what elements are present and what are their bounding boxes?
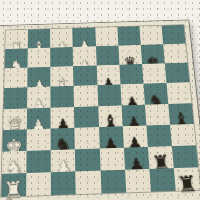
square-e1 bbox=[4, 88, 28, 109]
square-b5 bbox=[99, 147, 124, 170]
board-grid: ♜♝♟♟♞♟♛♚♟♝♟♟♟♞♛♟♟♝♟♝♚♞♟♟♞♟♟♜♜♜ bbox=[1, 25, 200, 197]
square-a2 bbox=[26, 172, 51, 196]
square-d2: ♟ bbox=[27, 107, 51, 129]
square-c2 bbox=[27, 128, 51, 150]
square-g2 bbox=[28, 48, 51, 68]
square-h7 bbox=[139, 26, 163, 45]
square-a8: ♜ bbox=[174, 167, 200, 191]
square-c8 bbox=[170, 124, 196, 146]
square-h8 bbox=[161, 25, 185, 44]
square-b3: ♟ bbox=[51, 149, 76, 172]
square-c5: ♟ bbox=[99, 126, 124, 148]
square-b4 bbox=[75, 148, 100, 171]
square-d5: ♝ bbox=[98, 105, 123, 127]
square-a4 bbox=[76, 170, 101, 194]
square-g7: ♚ bbox=[141, 44, 165, 64]
square-e7: ♞ bbox=[143, 83, 168, 104]
square-d6: ♟ bbox=[121, 104, 146, 126]
square-e5 bbox=[97, 85, 121, 106]
square-b7: ♜ bbox=[148, 146, 174, 169]
square-h3: ♟ bbox=[50, 28, 73, 47]
crown-icon: ♛ bbox=[3, 198, 15, 200]
square-g6: ♛ bbox=[118, 45, 142, 65]
square-b6: ♟ bbox=[124, 147, 150, 170]
square-a3 bbox=[51, 171, 76, 195]
square-h1: ♜ bbox=[5, 30, 28, 49]
square-d8: ♝ bbox=[168, 103, 194, 125]
square-g5 bbox=[96, 46, 120, 66]
square-h5 bbox=[95, 27, 118, 46]
square-f7 bbox=[142, 64, 166, 84]
square-c6: ♟ bbox=[122, 125, 147, 147]
square-a5 bbox=[100, 170, 126, 194]
square-g8 bbox=[163, 44, 187, 64]
chess-board: ♜♝♟♟♞♟♛♚♟♝♟♟♟♞♛♟♟♝♟♝♚♞♟♟♞♟♟♜♜♜ ♛ bbox=[0, 20, 200, 200]
square-h6 bbox=[117, 26, 140, 45]
square-b2 bbox=[26, 150, 51, 173]
piece-black-rook: ♜ bbox=[176, 174, 198, 194]
square-f3: ♝ bbox=[51, 66, 74, 87]
square-f8 bbox=[165, 63, 190, 83]
square-h4: ♟ bbox=[73, 28, 96, 47]
square-e4 bbox=[74, 85, 98, 106]
square-g3 bbox=[50, 47, 73, 67]
square-d3: ♟ bbox=[51, 107, 75, 129]
square-e8 bbox=[166, 83, 191, 104]
square-e2: ♟ bbox=[27, 87, 51, 108]
square-a7 bbox=[149, 168, 175, 192]
board-emblem-crest: ♛ bbox=[3, 198, 15, 200]
square-c3: ♞ bbox=[51, 127, 75, 149]
square-d1: ♛ bbox=[3, 108, 27, 130]
chessboard-photo: ♜♝♟♟♞♟♛♚♟♝♟♟♟♞♛♟♟♝♟♝♚♞♟♟♞♟♟♜♜♜ ♛ bbox=[0, 0, 200, 200]
square-g4: ♟ bbox=[73, 46, 96, 66]
square-a1: ♜ bbox=[1, 173, 26, 197]
square-f5: ♟ bbox=[96, 65, 120, 85]
square-b1: ♞ bbox=[2, 151, 27, 174]
square-f2: ♟ bbox=[27, 67, 50, 88]
square-f4 bbox=[73, 66, 97, 87]
square-e6: ♟ bbox=[120, 84, 145, 105]
square-c4 bbox=[75, 127, 100, 149]
square-c1: ♚ bbox=[2, 129, 27, 151]
square-e3 bbox=[51, 86, 75, 107]
square-f1 bbox=[4, 68, 27, 89]
square-d4 bbox=[74, 106, 98, 128]
square-c7 bbox=[146, 124, 172, 146]
square-g1: ♞ bbox=[5, 48, 28, 68]
square-h2: ♝ bbox=[28, 29, 51, 48]
square-a6 bbox=[125, 169, 151, 193]
square-b8 bbox=[172, 145, 198, 168]
square-f6 bbox=[119, 64, 143, 84]
square-d7 bbox=[145, 104, 170, 126]
